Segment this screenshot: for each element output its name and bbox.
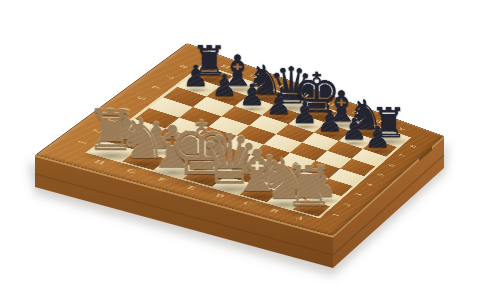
piece-black-P-c7: ♟ [316,107,343,137]
piece-black-P-g7: ♟ [211,71,238,101]
piece-black-P-e7: ♟ [265,90,292,120]
square-a1: ♜ [293,199,330,217]
piece-black-P-f7: ♟ [238,81,265,111]
piece-white-R-a1: ♜ [284,158,334,214]
piece-black-P-d7: ♟ [291,98,318,128]
product-photo-stage: ♜♝♞♛♚♝♞♜♟♟♟♟♟♟♟♟♟♟♟♟♟♟♟♟♜♞♝♚♛♝♞♜ HH88GG7… [0,0,480,296]
piece-black-P-a7: ♟ [364,123,391,153]
piece-black-P-b7: ♟ [341,115,368,145]
